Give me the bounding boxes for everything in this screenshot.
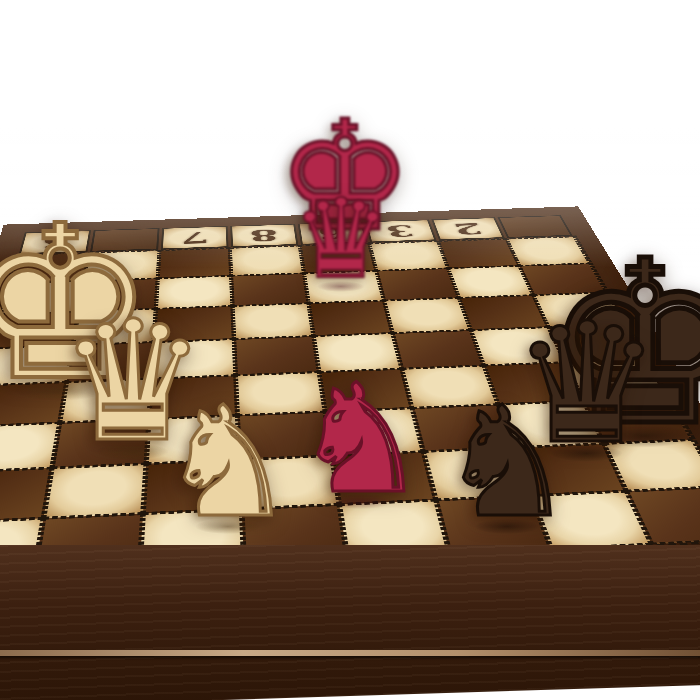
queen-glyph: ♛ bbox=[292, 189, 391, 290]
photo-scene: 578632 ♚♛♚♚♛♛♞♞♞ bbox=[0, 0, 700, 700]
pieces-layer: ♚♛♚♚♛♛♞♞♞ bbox=[0, 0, 700, 700]
knight-glyph: ♞ bbox=[439, 393, 575, 533]
red-knight-piece: ♞ bbox=[294, 370, 428, 508]
knight-glyph: ♞ bbox=[294, 370, 428, 508]
knight-glyph: ♞ bbox=[160, 393, 296, 533]
dark-knight-piece: ♞ bbox=[439, 393, 575, 533]
white-knight-piece: ♞ bbox=[160, 393, 296, 533]
red-queen-piece: ♛ bbox=[292, 189, 391, 290]
